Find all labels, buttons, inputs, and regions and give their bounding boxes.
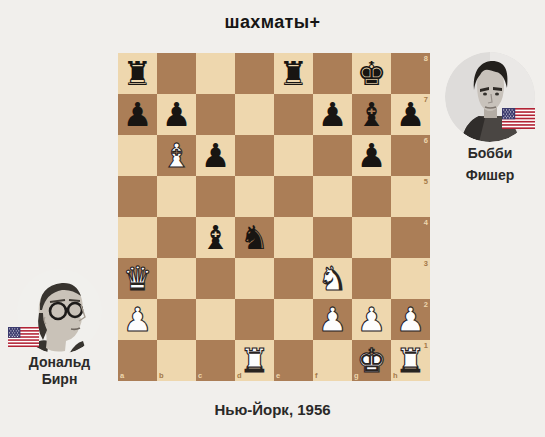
white-rook[interactable]: ♜: [396, 344, 426, 377]
square-e1[interactable]: e: [274, 340, 313, 381]
rank-label-3: 3: [424, 260, 428, 268]
square-a4[interactable]: [118, 217, 157, 258]
square-c6[interactable]: ♟: [196, 135, 235, 176]
black-bishop[interactable]: ♝: [201, 221, 231, 254]
square-c8[interactable]: [196, 53, 235, 94]
square-b8[interactable]: [157, 53, 196, 94]
square-c1[interactable]: c: [196, 340, 235, 381]
white-pawn[interactable]: ♟: [123, 303, 153, 336]
rank-label-7: 7: [424, 96, 428, 104]
square-f2[interactable]: ♟: [313, 299, 352, 340]
file-label-h: h: [393, 372, 398, 380]
square-d5[interactable]: [235, 176, 274, 217]
square-h8[interactable]: 8: [391, 53, 430, 94]
square-a2[interactable]: ♟: [118, 299, 157, 340]
file-label-e: e: [276, 372, 280, 380]
square-d3[interactable]: [235, 258, 274, 299]
square-e7[interactable]: [274, 94, 313, 135]
square-d4[interactable]: ♞: [235, 217, 274, 258]
square-a3[interactable]: ♛: [118, 258, 157, 299]
square-g4[interactable]: [352, 217, 391, 258]
square-c7[interactable]: [196, 94, 235, 135]
black-king[interactable]: ♚: [357, 57, 387, 90]
square-h2[interactable]: ♟2: [391, 299, 430, 340]
square-e5[interactable]: [274, 176, 313, 217]
event-caption: Нью-Йорк, 1956: [0, 401, 545, 418]
white-player-last-name: Бирн: [9, 371, 110, 388]
square-h4[interactable]: 4: [391, 217, 430, 258]
black-rook[interactable]: ♜: [279, 57, 309, 90]
black-rook[interactable]: ♜: [123, 57, 153, 90]
square-f4[interactable]: [313, 217, 352, 258]
white-knight[interactable]: ♞: [318, 262, 348, 295]
square-f5[interactable]: [313, 176, 352, 217]
file-label-g: g: [354, 372, 359, 380]
rank-label-2: 2: [424, 301, 428, 309]
square-c3[interactable]: [196, 258, 235, 299]
black-player-photo: [445, 52, 535, 142]
black-player-first-name: Бобби: [442, 142, 538, 164]
black-pawn[interactable]: ♟: [201, 139, 231, 172]
square-b2[interactable]: [157, 299, 196, 340]
file-label-b: b: [159, 372, 164, 380]
file-label-d: d: [237, 372, 242, 380]
square-b3[interactable]: [157, 258, 196, 299]
file-label-c: c: [198, 372, 202, 380]
us-flag-icon: [8, 327, 39, 347]
black-pawn[interactable]: ♟: [318, 98, 348, 131]
file-label-a: a: [120, 372, 124, 380]
white-player-photo: [17, 269, 102, 354]
square-d2[interactable]: [235, 299, 274, 340]
page-title: шахматы+: [0, 12, 545, 33]
rank-label-5: 5: [424, 178, 428, 186]
square-g8[interactable]: ♚: [352, 53, 391, 94]
white-pawn[interactable]: ♟: [318, 303, 348, 336]
square-b1[interactable]: b: [157, 340, 196, 381]
square-g6[interactable]: ♟: [352, 135, 391, 176]
square-g5[interactable]: [352, 176, 391, 217]
square-g1[interactable]: ♚g: [352, 340, 391, 381]
black-player-name: Бобби Фишер: [442, 142, 538, 186]
square-d1[interactable]: ♜d: [235, 340, 274, 381]
black-pawn[interactable]: ♟: [357, 139, 387, 172]
square-d6[interactable]: [235, 135, 274, 176]
white-player-first-name: Дональд: [9, 354, 110, 371]
square-f8[interactable]: [313, 53, 352, 94]
square-e8[interactable]: ♜: [274, 53, 313, 94]
black-pawn[interactable]: ♟: [123, 98, 153, 131]
rank-label-1: 1: [424, 342, 428, 350]
square-h3[interactable]: 3: [391, 258, 430, 299]
square-h7[interactable]: ♟7: [391, 94, 430, 135]
rank-label-8: 8: [424, 55, 428, 63]
white-queen[interactable]: ♛: [123, 262, 153, 295]
square-a7[interactable]: ♟: [118, 94, 157, 135]
square-b7[interactable]: ♟: [157, 94, 196, 135]
square-e6[interactable]: [274, 135, 313, 176]
square-b6[interactable]: ♝: [157, 135, 196, 176]
square-e3[interactable]: [274, 258, 313, 299]
square-f3[interactable]: ♞: [313, 258, 352, 299]
square-f6[interactable]: [313, 135, 352, 176]
square-g3[interactable]: [352, 258, 391, 299]
square-g7[interactable]: ♝: [352, 94, 391, 135]
white-rook[interactable]: ♜: [240, 344, 270, 377]
file-label-f: f: [315, 372, 318, 380]
square-a6[interactable]: [118, 135, 157, 176]
square-f1[interactable]: f: [313, 340, 352, 381]
square-g2[interactable]: ♟: [352, 299, 391, 340]
white-bishop[interactable]: ♝: [162, 139, 192, 172]
black-knight[interactable]: ♞: [240, 221, 270, 254]
square-a5[interactable]: [118, 176, 157, 217]
black-player-last-name: Фишер: [442, 164, 538, 186]
white-king[interactable]: ♚: [357, 344, 387, 377]
white-pawn[interactable]: ♟: [396, 303, 426, 336]
square-b5[interactable]: [157, 176, 196, 217]
rank-label-4: 4: [424, 219, 428, 227]
square-c4[interactable]: ♝: [196, 217, 235, 258]
white-player-name: Дональд Бирн: [9, 354, 110, 388]
square-h6[interactable]: 6: [391, 135, 430, 176]
square-d8[interactable]: [235, 53, 274, 94]
square-d7[interactable]: [235, 94, 274, 135]
square-f7[interactable]: ♟: [313, 94, 352, 135]
square-c5[interactable]: [196, 176, 235, 217]
white-pawn[interactable]: ♟: [357, 303, 387, 336]
square-e2[interactable]: [274, 299, 313, 340]
black-pawn[interactable]: ♟: [162, 98, 192, 131]
us-flag-icon: [502, 108, 535, 129]
square-e4[interactable]: [274, 217, 313, 258]
square-a8[interactable]: ♜: [118, 53, 157, 94]
chess-board[interactable]: ♜♜♚8♟♟♟♝♟7♝♟♟65♝♞4♛♞3♟♟♟♟2abc♜def♚g♜1h: [118, 53, 430, 381]
square-a1[interactable]: a: [118, 340, 157, 381]
rank-label-6: 6: [424, 137, 428, 145]
black-pawn[interactable]: ♟: [396, 98, 426, 131]
square-b4[interactable]: [157, 217, 196, 258]
square-h5[interactable]: 5: [391, 176, 430, 217]
square-c2[interactable]: [196, 299, 235, 340]
black-bishop[interactable]: ♝: [357, 98, 387, 131]
square-h1[interactable]: ♜1h: [391, 340, 430, 381]
